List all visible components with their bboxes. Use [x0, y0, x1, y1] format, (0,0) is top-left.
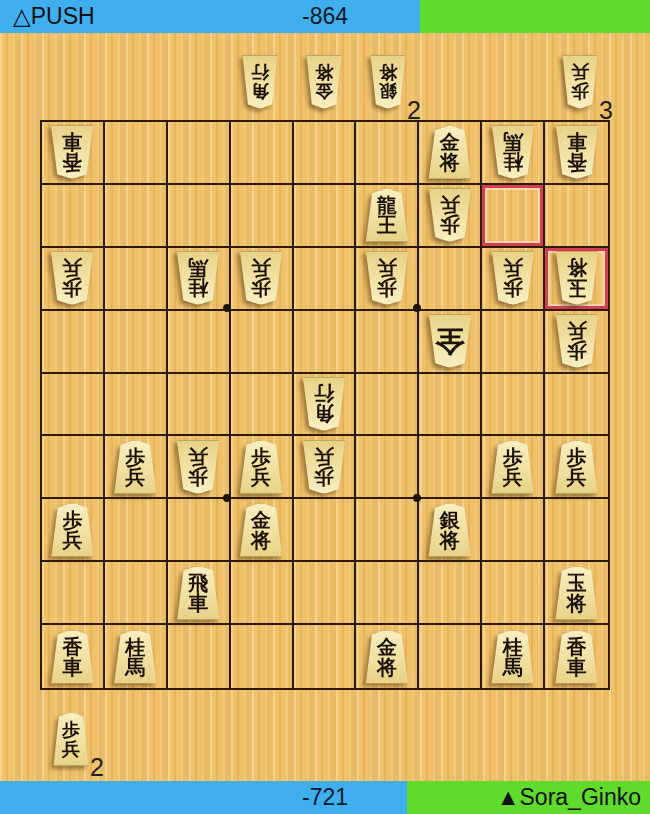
piece-kanji: 車 — [567, 132, 587, 152]
piece-kanji: 角 — [251, 82, 269, 101]
piece-tile: 金将 — [427, 125, 473, 179]
piece-kanji: 歩 — [125, 447, 145, 467]
hand-count: 2 — [90, 753, 104, 782]
square-9h[interactable] — [42, 562, 105, 625]
piece-tile: 香車 — [554, 630, 600, 684]
sente-piece-香車: 香車 — [554, 630, 600, 684]
square-3h[interactable] — [419, 562, 482, 625]
square-8a[interactable] — [105, 122, 168, 185]
sente-piece-銀将: 銀将 — [427, 503, 473, 557]
square-4h[interactable] — [356, 562, 419, 625]
sente-piece-金将: 金将 — [427, 125, 473, 179]
square-6b[interactable] — [231, 185, 294, 248]
piece-tile: 歩兵 — [561, 55, 599, 109]
square-4e[interactable] — [356, 374, 419, 437]
piece-kanji: 龍 — [377, 195, 397, 215]
square-6f[interactable]: 歩兵 — [231, 436, 294, 499]
piece-kanji: 歩 — [567, 341, 587, 361]
gote-piece-香車: 香車 — [554, 125, 600, 179]
piece-kanji: 金 — [440, 132, 460, 152]
sente-player-name: ▲Sora_Ginko — [497, 781, 641, 814]
square-5g[interactable] — [294, 499, 357, 562]
gote-hand-silver[interactable]: 銀将2 — [369, 55, 407, 109]
piece-tile: 歩兵 — [490, 440, 536, 494]
sente-piece-桂馬: 桂馬 — [112, 630, 158, 684]
sente-piece-香車: 香車 — [49, 630, 95, 684]
square-1i[interactable]: 香車 — [545, 625, 608, 688]
piece-kanji: 歩 — [251, 278, 271, 298]
piece-kanji: 将 — [251, 530, 271, 550]
square-1h[interactable]: 玉将 — [545, 562, 608, 625]
piece-kanji: 角 — [314, 404, 334, 424]
square-4b[interactable]: 龍王 — [356, 185, 419, 248]
piece-kanji: 桂 — [503, 637, 523, 657]
square-1g[interactable] — [545, 499, 608, 562]
square-4a[interactable] — [356, 122, 419, 185]
square-6i[interactable] — [231, 625, 294, 688]
square-8c[interactable] — [105, 248, 168, 311]
piece-tile: 歩兵 — [49, 251, 95, 305]
square-1b[interactable] — [545, 185, 608, 248]
square-7f[interactable]: 歩兵 — [168, 436, 231, 499]
sente-piece-金将: 金将 — [364, 630, 410, 684]
piece-tile: 金将 — [238, 503, 284, 557]
gote-hand-gold[interactable]: 金将 — [305, 55, 343, 109]
piece-kanji: 歩 — [251, 447, 271, 467]
square-7b[interactable] — [168, 185, 231, 248]
square-9a[interactable]: 香車 — [42, 122, 105, 185]
piece-kanji: 将 — [567, 258, 587, 278]
square-3e[interactable] — [419, 374, 482, 437]
piece-kanji: 将 — [440, 152, 460, 172]
square-8i[interactable]: 桂馬 — [105, 625, 168, 688]
square-8e[interactable] — [105, 374, 168, 437]
hoshi-dot — [223, 304, 231, 312]
square-7a[interactable] — [168, 122, 231, 185]
square-6d[interactable] — [231, 311, 294, 374]
gote-hand-pawn[interactable]: 歩兵3 — [561, 55, 599, 109]
piece-kanji: 車 — [62, 657, 82, 677]
piece-kanji: 将 — [315, 63, 333, 82]
piece-kanji: 馬 — [503, 657, 523, 677]
square-6g[interactable]: 金将 — [231, 499, 294, 562]
square-2a[interactable]: 桂馬 — [482, 122, 545, 185]
piece-kanji: 金 — [315, 82, 333, 101]
piece-kanji: 歩 — [567, 447, 587, 467]
piece-kanji: 兵 — [567, 321, 587, 341]
piece-kanji: 兵 — [188, 447, 208, 467]
square-1e[interactable] — [545, 374, 608, 437]
square-9d[interactable] — [42, 311, 105, 374]
piece-kanji: 兵 — [62, 258, 82, 278]
piece-kanji: 歩 — [62, 510, 82, 530]
gote-piece-歩兵: 歩兵 — [49, 251, 95, 305]
square-4d[interactable] — [356, 311, 419, 374]
piece-kanji: 銀 — [379, 82, 397, 101]
square-8d[interactable] — [105, 311, 168, 374]
piece-kanji: 車 — [188, 593, 208, 613]
sente-piece-金将: 金将 — [238, 503, 284, 557]
square-9g[interactable]: 歩兵 — [42, 499, 105, 562]
piece-kanji: 歩 — [571, 82, 589, 101]
gote-piece-角行: 角行 — [301, 377, 347, 431]
sente-status-bar: -721 ▲Sora_Ginko — [0, 781, 650, 814]
piece-tile: 全 — [427, 314, 473, 368]
piece-kanji: 兵 — [377, 258, 397, 278]
piece-tile: 玉将 — [554, 566, 600, 620]
piece-kanji: 兵 — [571, 63, 589, 82]
gote-piece-銀将: 銀将 — [369, 55, 407, 109]
piece-kanji: 馬 — [125, 657, 145, 677]
square-4f[interactable] — [356, 436, 419, 499]
square-7e[interactable] — [168, 374, 231, 437]
gote-piece-歩兵: 歩兵 — [561, 55, 599, 109]
piece-tile: 香車 — [49, 125, 95, 179]
gote-piece-歩兵: 歩兵 — [175, 440, 221, 494]
piece-kanji: 桂 — [125, 637, 145, 657]
square-7d[interactable] — [168, 311, 231, 374]
piece-tile: 銀将 — [427, 503, 473, 557]
piece-kanji: 飛 — [188, 573, 208, 593]
square-8f[interactable]: 歩兵 — [105, 436, 168, 499]
gote-piece-歩兵: 歩兵 — [554, 314, 600, 368]
piece-kanji: 玉 — [567, 573, 587, 593]
square-7i[interactable] — [168, 625, 231, 688]
piece-kanji: 玉 — [567, 278, 587, 298]
square-7h[interactable]: 飛車 — [168, 562, 231, 625]
piece-kanji: 将 — [379, 63, 397, 82]
square-9i[interactable]: 香車 — [42, 625, 105, 688]
square-4g[interactable] — [356, 499, 419, 562]
gote-player-name: △PUSH — [13, 0, 95, 33]
piece-kanji: 兵 — [440, 195, 460, 215]
piece-kanji: 桂 — [503, 152, 523, 172]
piece-tile: 歩兵 — [364, 251, 410, 305]
sente-piece-歩兵: 歩兵 — [238, 440, 284, 494]
gote-piece-歩兵: 歩兵 — [490, 251, 536, 305]
square-6c[interactable]: 歩兵 — [231, 248, 294, 311]
gote-evaluation: -864 — [0, 0, 650, 33]
piece-tile: 金将 — [305, 55, 343, 109]
square-2b[interactable] — [482, 185, 545, 248]
gote-piece-歩兵: 歩兵 — [238, 251, 284, 305]
square-1a[interactable]: 香車 — [545, 122, 608, 185]
sente-piece-歩兵: 歩兵 — [52, 712, 90, 766]
piece-kanji: 兵 — [567, 467, 587, 487]
hoshi-dot — [413, 494, 421, 502]
piece-tile: 角行 — [301, 377, 347, 431]
piece-kanji: 将 — [440, 530, 460, 550]
piece-kanji: 香 — [62, 637, 82, 657]
square-5a[interactable] — [294, 122, 357, 185]
sente-piece-桂馬: 桂馬 — [490, 630, 536, 684]
square-3a[interactable]: 金将 — [419, 122, 482, 185]
piece-tile: 香車 — [554, 125, 600, 179]
square-5f[interactable]: 歩兵 — [294, 436, 357, 499]
square-3d[interactable]: 全 — [419, 311, 482, 374]
gote-piece-玉将: 玉将 — [554, 251, 600, 305]
square-2h[interactable] — [482, 562, 545, 625]
gote-piece-全: 全 — [427, 314, 473, 368]
piece-tile: 歩兵 — [238, 251, 284, 305]
square-9c[interactable]: 歩兵 — [42, 248, 105, 311]
square-3f[interactable] — [419, 436, 482, 499]
gote-piece-桂馬: 桂馬 — [490, 125, 536, 179]
piece-kanji: 王 — [377, 215, 397, 235]
square-1f[interactable]: 歩兵 — [545, 436, 608, 499]
square-9e[interactable] — [42, 374, 105, 437]
square-2c[interactable]: 歩兵 — [482, 248, 545, 311]
piece-tile: 歩兵 — [49, 503, 95, 557]
square-5d[interactable] — [294, 311, 357, 374]
piece-kanji: 歩 — [314, 467, 334, 487]
square-5h[interactable] — [294, 562, 357, 625]
square-2d[interactable] — [482, 311, 545, 374]
square-2e[interactable] — [482, 374, 545, 437]
square-2i[interactable]: 桂馬 — [482, 625, 545, 688]
sente-piece-飛車: 飛車 — [175, 566, 221, 620]
piece-kanji: 兵 — [251, 467, 271, 487]
piece-tile: 歩兵 — [554, 440, 600, 494]
piece-kanji: 兵 — [62, 530, 82, 550]
square-8b[interactable] — [105, 185, 168, 248]
sente-piece-玉将: 玉将 — [554, 566, 600, 620]
shogi-board: 香車金将桂馬香車龍王歩兵歩兵桂馬歩兵歩兵歩兵玉将全歩兵角行歩兵歩兵歩兵歩兵歩兵歩… — [40, 120, 610, 690]
piece-kanji: 行 — [251, 63, 269, 82]
piece-tile: 銀将 — [369, 55, 407, 109]
piece-tile: 歩兵 — [301, 440, 347, 494]
piece-tile: 桂馬 — [490, 125, 536, 179]
piece-kanji: 行 — [314, 384, 334, 404]
hoshi-dot — [413, 304, 421, 312]
piece-tile: 歩兵 — [554, 314, 600, 368]
piece-kanji: 歩 — [503, 447, 523, 467]
piece-kanji: 兵 — [62, 739, 80, 758]
piece-kanji: 全 — [435, 325, 465, 357]
piece-kanji: 香 — [62, 152, 82, 172]
piece-tile: 角行 — [241, 55, 279, 109]
gote-status-bar: -864 △PUSH — [0, 0, 650, 33]
piece-kanji: 兵 — [314, 447, 334, 467]
gote-piece-歩兵: 歩兵 — [427, 188, 473, 242]
piece-tile: 歩兵 — [175, 440, 221, 494]
square-4c[interactable]: 歩兵 — [356, 248, 419, 311]
gote-piece-角行: 角行 — [241, 55, 279, 109]
square-1d[interactable]: 歩兵 — [545, 311, 608, 374]
piece-tile: 桂馬 — [175, 251, 221, 305]
square-5b[interactable] — [294, 185, 357, 248]
gote-piece-歩兵: 歩兵 — [301, 440, 347, 494]
piece-kanji: 車 — [62, 132, 82, 152]
piece-tile: 桂馬 — [490, 630, 536, 684]
square-2g[interactable] — [482, 499, 545, 562]
piece-kanji: 歩 — [503, 278, 523, 298]
sente-piece-歩兵: 歩兵 — [49, 503, 95, 557]
square-3i[interactable] — [419, 625, 482, 688]
square-6a[interactable] — [231, 122, 294, 185]
square-5c[interactable] — [294, 248, 357, 311]
piece-kanji: 馬 — [503, 132, 523, 152]
piece-kanji: 桂 — [188, 278, 208, 298]
piece-kanji: 金 — [251, 510, 271, 530]
piece-tile: 龍王 — [364, 188, 410, 242]
gote-hand-bishop[interactable]: 角行 — [241, 55, 279, 109]
sente-piece-龍王: 龍王 — [364, 188, 410, 242]
piece-kanji: 兵 — [503, 467, 523, 487]
piece-tile: 歩兵 — [490, 251, 536, 305]
square-5e[interactable]: 角行 — [294, 374, 357, 437]
square-7c[interactable]: 桂馬 — [168, 248, 231, 311]
piece-kanji: 車 — [567, 657, 587, 677]
square-3b[interactable]: 歩兵 — [419, 185, 482, 248]
gote-piece-桂馬: 桂馬 — [175, 251, 221, 305]
sente-piece-歩兵: 歩兵 — [554, 440, 600, 494]
square-6h[interactable] — [231, 562, 294, 625]
square-8h[interactable] — [105, 562, 168, 625]
square-7g[interactable] — [168, 499, 231, 562]
piece-kanji: 将 — [567, 593, 587, 613]
square-2f[interactable]: 歩兵 — [482, 436, 545, 499]
piece-kanji: 銀 — [440, 510, 460, 530]
shogi-app: -864 △PUSH 角行金将銀将2歩兵3 香車金将桂馬香車龍王歩兵歩兵桂馬歩兵… — [0, 0, 650, 814]
piece-kanji: 歩 — [188, 467, 208, 487]
square-3c[interactable] — [419, 248, 482, 311]
square-5i[interactable] — [294, 625, 357, 688]
piece-tile: 歩兵 — [238, 440, 284, 494]
piece-tile: 歩兵 — [427, 188, 473, 242]
piece-kanji: 歩 — [377, 278, 397, 298]
gote-piece-歩兵: 歩兵 — [364, 251, 410, 305]
square-3g[interactable]: 銀将 — [419, 499, 482, 562]
gote-piece-金将: 金将 — [305, 55, 343, 109]
square-4i[interactable]: 金将 — [356, 625, 419, 688]
sente-piece-歩兵: 歩兵 — [490, 440, 536, 494]
piece-kanji: 兵 — [503, 258, 523, 278]
piece-kanji: 歩 — [440, 215, 460, 235]
piece-kanji: 兵 — [251, 258, 271, 278]
piece-tile: 桂馬 — [112, 630, 158, 684]
sente-hand-pawn[interactable]: 歩兵2 — [52, 712, 90, 766]
square-8g[interactable] — [105, 499, 168, 562]
piece-kanji: 馬 — [188, 258, 208, 278]
piece-kanji: 金 — [377, 637, 397, 657]
piece-tile: 金将 — [364, 630, 410, 684]
square-9f[interactable] — [42, 436, 105, 499]
piece-tile: 飛車 — [175, 566, 221, 620]
piece-kanji: 将 — [377, 657, 397, 677]
piece-kanji: 兵 — [125, 467, 145, 487]
piece-kanji: 歩 — [62, 278, 82, 298]
piece-tile: 歩兵 — [52, 712, 90, 766]
piece-tile: 玉将 — [554, 251, 600, 305]
piece-kanji: 香 — [567, 152, 587, 172]
square-1c[interactable]: 玉将 — [545, 248, 608, 311]
hoshi-dot — [223, 494, 231, 502]
square-6e[interactable] — [231, 374, 294, 437]
piece-tile: 香車 — [49, 630, 95, 684]
sente-piece-歩兵: 歩兵 — [112, 440, 158, 494]
gote-piece-香車: 香車 — [49, 125, 95, 179]
piece-kanji: 歩 — [62, 720, 80, 739]
piece-kanji: 香 — [567, 637, 587, 657]
square-9b[interactable] — [42, 185, 105, 248]
piece-tile: 歩兵 — [112, 440, 158, 494]
